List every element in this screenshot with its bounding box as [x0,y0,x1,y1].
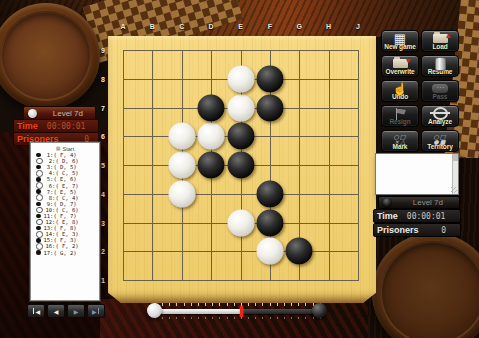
row-label-2: 2 [101,248,105,255]
move-text: 7:( E, 5) [44,189,77,195]
black-move-dot-icon [36,250,41,255]
mark-shapes-icon: ○□×△ [382,132,418,145]
move-text: 3:( D, 5) [44,164,77,170]
start-board-icon: ▦ [56,146,61,151]
stone-black-D7 [198,94,225,121]
row-label-5: 5 [101,162,105,169]
black-move-dot-icon [36,226,41,231]
last-arrow-icon: ▶ [92,308,97,315]
new-game-grid-icon: ▦ [382,32,418,45]
stone-white-C6 [168,123,195,150]
stone-black-F4 [256,180,283,207]
white-player-level: Level 7d [53,109,83,118]
column-label-J: J [356,23,360,30]
overwrite-folder-icon: ▼ [382,57,418,70]
go-board[interactable] [108,36,376,303]
overwrite-button[interactable]: ▼ Overwrite [381,55,419,77]
column-label-A: A [120,23,125,30]
stone-white-C5 [168,152,195,179]
move-text: 9:( D, 7) [44,201,77,207]
move-text: 10:( C, 6) [46,207,79,213]
move-text: 13:( F, 8) [44,225,77,231]
column-label-C: C [179,23,184,30]
black-stone-icon [383,198,392,207]
last-bar-icon [98,308,100,314]
white-time-value: 00:00:01 [47,122,86,131]
white-time-label: Time [17,121,38,131]
move-rows: 1:( F, 4) 2:( D, 6) 3:( D, 5) 4:( C, 5) … [31,152,99,256]
white-move-dot-icon [36,158,43,165]
scrollbar-thumb[interactable] [453,154,458,161]
stone-black-F3 [256,209,283,236]
move-nav-bar: ◀ ◀ ▶ ▶ [27,304,105,318]
first-move-button[interactable]: ◀ [27,304,45,318]
white-move-dot-icon [36,243,43,250]
row-label-4: 4 [101,190,105,197]
new-game-button[interactable]: ▦ New game [381,30,419,52]
white-move-dot-icon [36,207,43,214]
black-move-dot-icon [36,202,41,207]
stone-black-G2 [286,238,313,265]
row-label-3: 3 [101,219,105,226]
stone-white-D6 [198,123,225,150]
stone-white-F2 [256,238,283,265]
territory-shapes-icon: ○□●■ [422,132,458,145]
pass-speech-bubble-icon: ⋯ [422,82,458,95]
row-label-7: 7 [101,104,105,111]
black-player-level-bar: Level 7d [378,196,460,209]
black-move-dot-icon [36,214,41,219]
last-move-button[interactable]: ▶ [87,304,105,318]
stone-black-E5 [227,152,254,179]
column-label-D: D [209,23,214,30]
move-text: 6:( E, 7) [46,183,79,189]
move-text: 1:( F, 4) [44,152,77,158]
territory-button[interactable]: ○□●■ Territory [421,130,459,152]
load-button[interactable]: ▲ Load [421,30,459,52]
resign-button[interactable]: Resign [381,105,419,127]
move-list-start-row[interactable]: ▦ Start [31,145,99,152]
stone-black-F7 [256,94,283,121]
column-label-H: H [326,23,331,30]
analyze-magnifier-icon [422,107,458,120]
move-text: 17:( G, 2) [44,250,77,256]
slider-black-handle[interactable] [312,303,327,318]
resign-flag-icon [382,107,418,120]
toolbar: ▦ New game ▲ Load ▼ Overwrite Resume ☝ U… [381,30,460,152]
column-label-E: E [238,23,243,30]
black-prisoners-value: 0 [441,226,446,235]
black-move-dot-icon [36,189,41,194]
move-text: 4:( C, 5) [46,170,79,176]
column-label-F: F [268,23,272,30]
black-player-time-bar: Time 00:00:01 [373,209,461,223]
white-move-dot-icon [36,182,43,189]
undo-button[interactable]: ☝ Undo [381,80,419,102]
stone-white-C4 [168,180,195,207]
undo-hand-icon: ☝ [382,82,418,95]
row-label-9: 9 [101,47,105,54]
slider-position-marker [240,306,243,317]
column-label-B: B [150,23,155,30]
resize-grip-icon [451,187,457,193]
next-move-button[interactable]: ▶ [67,304,85,318]
row-label-1: 1 [101,277,105,284]
white-move-dot-icon [36,170,43,177]
black-move-dot-icon [36,177,41,182]
white-move-dot-icon [36,194,43,201]
move-text: 11:( F, 7) [44,213,77,219]
stone-white-E7 [227,94,254,121]
black-prisoners-label: Prisoners [377,225,419,235]
slider-white-handle[interactable] [147,303,162,318]
first-bar-icon [33,308,35,314]
move-text: 14:( E, 3) [46,231,79,237]
black-move-dot-icon [36,238,41,243]
move-text: 5:( E, 6) [44,176,77,182]
move-text: 8:( C, 4) [46,195,79,201]
prev-arrow-icon: ◀ [54,308,59,315]
previous-move-button[interactable]: ◀ [47,304,65,318]
white-player-level-bar: Level 7d [23,106,96,120]
resume-button[interactable]: Resume [421,55,459,77]
move-text: 2:( D, 6) [46,158,79,164]
next-arrow-icon: ▶ [74,308,79,315]
move-slider[interactable] [146,301,336,323]
stone-black-D5 [198,152,225,179]
white-stone-icon [28,109,37,118]
move-list-item-17[interactable]: 17:( G, 2) [31,250,99,256]
first-arrow-icon: ◀ [35,308,40,315]
stone-white-E8 [227,65,254,92]
black-time-value: 00:00:01 [407,212,446,221]
black-time-label: Time [377,211,398,221]
resume-cylinder-icon [422,57,458,70]
pass-button[interactable]: ⋯ Pass [421,80,459,102]
stone-black-F8 [256,65,283,92]
white-stone-bowl [0,3,100,109]
black-player-prisoners-bar: Prisoners 0 [373,223,461,237]
black-move-dot-icon [36,153,41,158]
stone-white-E3 [227,209,254,236]
row-label-8: 8 [101,75,105,82]
row-label-6: 6 [101,133,105,140]
stone-black-E6 [227,123,254,150]
white-stone-bowl-inside [0,11,92,101]
move-text: 12:( E, 8) [46,219,79,225]
column-label-G: G [297,23,302,30]
go-program-window: ABCDEFGHJ 987654321 Level 7d Time 00:00:… [0,0,479,338]
move-list-panel[interactable]: ▦ Start 1:( F, 4) 2:( D, 6) 3:( D, 5) 4:… [30,142,100,301]
black-move-dot-icon [36,165,41,170]
start-label: Start [63,146,75,152]
black-player-level: Level 7d [413,198,443,207]
analyze-button[interactable]: Analyze [421,105,459,127]
load-folder-icon: ▲ [422,32,458,45]
white-player-time-bar: Time 00:00:01 [13,119,99,133]
message-box[interactable] [375,153,459,195]
white-move-dot-icon [36,231,43,238]
mark-button[interactable]: ○□×△ Mark [381,130,419,152]
slider-track-filled[interactable] [155,309,240,314]
white-move-dot-icon [36,219,43,226]
black-stone-bowl-inside [380,241,479,338]
slider-ticks-bottom [155,317,327,319]
move-text: 15:( F, 3) [44,237,77,243]
move-text: 16:( F, 2) [46,243,79,249]
